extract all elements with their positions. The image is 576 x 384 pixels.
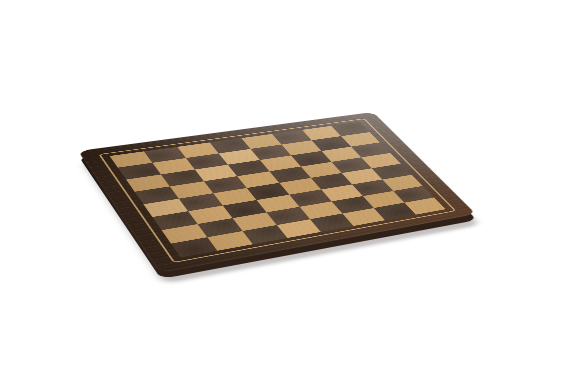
chessboard [0,0,576,384]
product-photo-canvas [0,0,576,384]
board-top-surface [78,112,476,273]
